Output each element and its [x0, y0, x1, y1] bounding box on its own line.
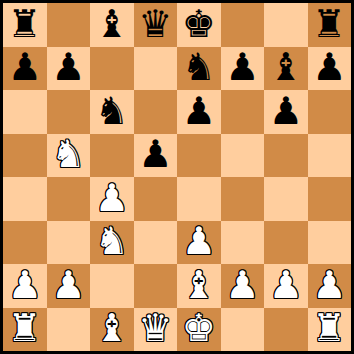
- square-c6[interactable]: ♞: [90, 90, 134, 134]
- piece-black-pawn[interactable]: ♟: [138, 135, 172, 173]
- square-h1[interactable]: ♜: [308, 308, 352, 352]
- piece-black-pawn[interactable]: ♟: [225, 48, 259, 86]
- square-g5[interactable]: [264, 134, 308, 178]
- square-e8[interactable]: ♚: [177, 3, 221, 47]
- piece-black-knight[interactable]: ♞: [95, 92, 129, 130]
- square-h8[interactable]: ♜: [308, 3, 352, 47]
- square-a8[interactable]: ♜: [3, 3, 47, 47]
- piece-black-rook[interactable]: ♜: [312, 5, 346, 43]
- chess-board: ♜♝♛♚♜♟♟♞♟♝♟♞♟♟♞♟♟♞♟♟♟♝♟♟♟♜♝♛♚♜: [0, 0, 354, 354]
- piece-black-knight[interactable]: ♞: [182, 48, 216, 86]
- square-a7[interactable]: ♟: [3, 47, 47, 91]
- square-a1[interactable]: ♜: [3, 308, 47, 352]
- piece-white-knight[interactable]: ♞: [95, 222, 129, 260]
- piece-white-bishop[interactable]: ♝: [95, 309, 129, 347]
- square-f5[interactable]: [221, 134, 265, 178]
- square-b3[interactable]: [47, 221, 91, 265]
- square-h6[interactable]: [308, 90, 352, 134]
- square-g3[interactable]: [264, 221, 308, 265]
- square-e2[interactable]: ♝: [177, 264, 221, 308]
- square-e6[interactable]: ♟: [177, 90, 221, 134]
- piece-white-king[interactable]: ♚: [182, 309, 216, 347]
- square-c7[interactable]: [90, 47, 134, 91]
- square-b1[interactable]: [47, 308, 91, 352]
- square-f4[interactable]: [221, 177, 265, 221]
- piece-black-rook[interactable]: ♜: [8, 5, 42, 43]
- square-h7[interactable]: ♟: [308, 47, 352, 91]
- piece-black-pawn[interactable]: ♟: [182, 92, 216, 130]
- square-c8[interactable]: ♝: [90, 3, 134, 47]
- piece-white-bishop[interactable]: ♝: [182, 266, 216, 304]
- piece-black-pawn[interactable]: ♟: [51, 48, 85, 86]
- piece-black-pawn[interactable]: ♟: [269, 92, 303, 130]
- piece-white-pawn[interactable]: ♟: [95, 179, 129, 217]
- square-b5[interactable]: ♞: [47, 134, 91, 178]
- square-b8[interactable]: [47, 3, 91, 47]
- square-c3[interactable]: ♞: [90, 221, 134, 265]
- square-a5[interactable]: [3, 134, 47, 178]
- square-f2[interactable]: ♟: [221, 264, 265, 308]
- square-h5[interactable]: [308, 134, 352, 178]
- piece-white-rook[interactable]: ♜: [8, 309, 42, 347]
- piece-black-bishop[interactable]: ♝: [95, 5, 129, 43]
- piece-white-pawn[interactable]: ♟: [51, 266, 85, 304]
- square-d8[interactable]: ♛: [134, 3, 178, 47]
- square-g8[interactable]: [264, 3, 308, 47]
- square-a6[interactable]: [3, 90, 47, 134]
- piece-white-pawn[interactable]: ♟: [269, 266, 303, 304]
- square-d7[interactable]: [134, 47, 178, 91]
- piece-white-pawn[interactable]: ♟: [312, 266, 346, 304]
- square-f1[interactable]: [221, 308, 265, 352]
- piece-black-queen[interactable]: ♛: [138, 5, 172, 43]
- square-c4[interactable]: ♟: [90, 177, 134, 221]
- square-h3[interactable]: [308, 221, 352, 265]
- piece-white-pawn[interactable]: ♟: [8, 266, 42, 304]
- piece-black-king[interactable]: ♚: [182, 5, 216, 43]
- piece-black-bishop[interactable]: ♝: [269, 48, 303, 86]
- square-d3[interactable]: [134, 221, 178, 265]
- square-a4[interactable]: [3, 177, 47, 221]
- square-e3[interactable]: ♟: [177, 221, 221, 265]
- square-h2[interactable]: ♟: [308, 264, 352, 308]
- square-d4[interactable]: [134, 177, 178, 221]
- square-g4[interactable]: [264, 177, 308, 221]
- square-b7[interactable]: ♟: [47, 47, 91, 91]
- square-b6[interactable]: [47, 90, 91, 134]
- square-a2[interactable]: ♟: [3, 264, 47, 308]
- piece-white-pawn[interactable]: ♟: [225, 266, 259, 304]
- square-g6[interactable]: ♟: [264, 90, 308, 134]
- square-d1[interactable]: ♛: [134, 308, 178, 352]
- square-g7[interactable]: ♝: [264, 47, 308, 91]
- piece-white-knight[interactable]: ♞: [51, 135, 85, 173]
- square-e4[interactable]: [177, 177, 221, 221]
- square-f7[interactable]: ♟: [221, 47, 265, 91]
- piece-black-pawn[interactable]: ♟: [312, 48, 346, 86]
- square-g1[interactable]: [264, 308, 308, 352]
- square-d5[interactable]: ♟: [134, 134, 178, 178]
- square-d6[interactable]: [134, 90, 178, 134]
- piece-white-rook[interactable]: ♜: [312, 309, 346, 347]
- square-f6[interactable]: [221, 90, 265, 134]
- square-h4[interactable]: [308, 177, 352, 221]
- square-c2[interactable]: [90, 264, 134, 308]
- square-e5[interactable]: [177, 134, 221, 178]
- square-e1[interactable]: ♚: [177, 308, 221, 352]
- piece-white-queen[interactable]: ♛: [138, 309, 172, 347]
- square-c1[interactable]: ♝: [90, 308, 134, 352]
- piece-white-pawn[interactable]: ♟: [182, 222, 216, 260]
- square-f8[interactable]: [221, 3, 265, 47]
- square-e7[interactable]: ♞: [177, 47, 221, 91]
- square-b4[interactable]: [47, 177, 91, 221]
- square-b2[interactable]: ♟: [47, 264, 91, 308]
- piece-black-pawn[interactable]: ♟: [8, 48, 42, 86]
- square-d2[interactable]: [134, 264, 178, 308]
- square-g2[interactable]: ♟: [264, 264, 308, 308]
- square-f3[interactable]: [221, 221, 265, 265]
- square-a3[interactable]: [3, 221, 47, 265]
- square-c5[interactable]: [90, 134, 134, 178]
